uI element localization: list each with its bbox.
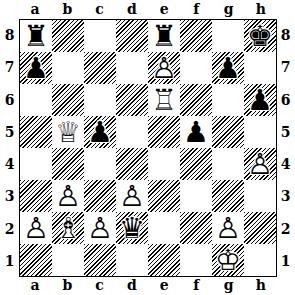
rank-label-4: 4 bbox=[276, 148, 295, 180]
rank-label-8: 8 bbox=[0, 19, 19, 51]
file-label-f: f bbox=[180, 0, 212, 19]
rank-label-5: 5 bbox=[276, 116, 295, 148]
square-a4[interactable] bbox=[20, 148, 52, 180]
rank-label-4: 4 bbox=[0, 148, 19, 180]
piece-outline: ♙ bbox=[84, 212, 116, 244]
square-d6[interactable] bbox=[116, 84, 148, 116]
file-label-a: a bbox=[19, 0, 51, 19]
piece-white-king[interactable]: ♚♔ bbox=[212, 244, 244, 276]
file-label-c: c bbox=[84, 0, 116, 19]
file-label-h: h bbox=[245, 0, 277, 19]
square-b6[interactable] bbox=[52, 84, 84, 116]
square-h5[interactable] bbox=[244, 116, 276, 148]
file-label-g: g bbox=[213, 276, 245, 295]
square-b3[interactable]: ♟♙ bbox=[52, 180, 84, 212]
square-c3[interactable] bbox=[84, 180, 116, 212]
file-label-f: f bbox=[180, 276, 212, 295]
file-label-c: c bbox=[84, 276, 116, 295]
rank-label-1: 1 bbox=[276, 245, 295, 277]
square-a2[interactable]: ♟♙ bbox=[20, 212, 52, 244]
square-f1[interactable] bbox=[180, 244, 212, 276]
piece-black-queen[interactable]: ♛ bbox=[116, 212, 148, 244]
square-b8[interactable] bbox=[52, 20, 84, 52]
square-f7[interactable] bbox=[180, 52, 212, 84]
piece-outline: ♙ bbox=[244, 148, 276, 180]
piece-white-pawn[interactable]: ♟♙ bbox=[52, 180, 84, 212]
rank-label-6: 6 bbox=[276, 84, 295, 116]
rank-label-3: 3 bbox=[276, 180, 295, 212]
square-a3[interactable] bbox=[20, 180, 52, 212]
square-h2[interactable] bbox=[244, 212, 276, 244]
square-g3[interactable] bbox=[212, 180, 244, 212]
file-label-d: d bbox=[116, 0, 148, 19]
piece-outline: ♙ bbox=[116, 180, 148, 212]
square-d1[interactable] bbox=[116, 244, 148, 276]
rank-label-8: 8 bbox=[276, 19, 295, 51]
square-e7[interactable]: ♟♙ bbox=[148, 52, 180, 84]
piece-outline: ♕ bbox=[52, 116, 84, 148]
square-h7[interactable] bbox=[244, 52, 276, 84]
square-b7[interactable] bbox=[52, 52, 84, 84]
square-d4[interactable] bbox=[116, 148, 148, 180]
square-b1[interactable] bbox=[52, 244, 84, 276]
file-label-b: b bbox=[51, 0, 83, 19]
square-e2[interactable] bbox=[148, 212, 180, 244]
square-b5[interactable]: ♛♕ bbox=[52, 116, 84, 148]
square-d8[interactable] bbox=[116, 20, 148, 52]
square-c5[interactable]: ♟ bbox=[84, 116, 116, 148]
piece-outline: ♙ bbox=[212, 212, 244, 244]
file-label-a: a bbox=[19, 276, 51, 295]
square-d5[interactable] bbox=[116, 116, 148, 148]
square-h3[interactable] bbox=[244, 180, 276, 212]
square-a7[interactable]: ♟ bbox=[20, 52, 52, 84]
file-label-g: g bbox=[213, 0, 245, 19]
square-g7[interactable]: ♟ bbox=[212, 52, 244, 84]
square-e1[interactable] bbox=[148, 244, 180, 276]
square-h8[interactable]: ♚ bbox=[244, 20, 276, 52]
square-e6[interactable]: ♜♖ bbox=[148, 84, 180, 116]
piece-black-pawn[interactable]: ♟ bbox=[212, 52, 244, 84]
rank-labels-left: 87654321 bbox=[0, 19, 19, 277]
file-label-h: h bbox=[245, 276, 277, 295]
chess-board[interactable]: ♜♜♚♟♟♙♟♜♖♟♛♕♟♟♟♙♟♙♟♙♟♙♝♗♟♙♛♟♙♚♔ bbox=[19, 19, 277, 277]
piece-white-rook[interactable]: ♜♖ bbox=[148, 84, 180, 116]
piece-black-pawn[interactable]: ♟ bbox=[20, 52, 52, 84]
square-e3[interactable] bbox=[148, 180, 180, 212]
square-g6[interactable] bbox=[212, 84, 244, 116]
square-b2[interactable]: ♝♗ bbox=[52, 212, 84, 244]
square-g1[interactable]: ♚♔ bbox=[212, 244, 244, 276]
square-c1[interactable] bbox=[84, 244, 116, 276]
piece-outline: ♙ bbox=[148, 52, 180, 84]
piece-black-pawn[interactable]: ♟ bbox=[180, 116, 212, 148]
square-e8[interactable]: ♜ bbox=[148, 20, 180, 52]
piece-white-pawn[interactable]: ♟♙ bbox=[20, 212, 52, 244]
piece-white-pawn[interactable]: ♟♙ bbox=[212, 212, 244, 244]
square-d7[interactable] bbox=[116, 52, 148, 84]
square-g8[interactable] bbox=[212, 20, 244, 52]
file-labels-bottom: abcdefgh bbox=[19, 276, 277, 295]
square-f3[interactable] bbox=[180, 180, 212, 212]
piece-white-bishop[interactable]: ♝♗ bbox=[52, 212, 84, 244]
square-f6[interactable] bbox=[180, 84, 212, 116]
piece-white-pawn[interactable]: ♟♙ bbox=[116, 180, 148, 212]
square-e5[interactable] bbox=[148, 116, 180, 148]
file-label-d: d bbox=[116, 276, 148, 295]
piece-black-king[interactable]: ♚ bbox=[244, 20, 276, 52]
square-b4[interactable] bbox=[52, 148, 84, 180]
square-c6[interactable] bbox=[84, 84, 116, 116]
piece-black-rook[interactable]: ♜ bbox=[148, 20, 180, 52]
piece-outline: ♙ bbox=[52, 180, 84, 212]
piece-outline: ♗ bbox=[52, 212, 84, 244]
square-f4[interactable] bbox=[180, 148, 212, 180]
square-f8[interactable] bbox=[180, 20, 212, 52]
piece-outline: ♙ bbox=[20, 212, 52, 244]
rank-label-2: 2 bbox=[0, 213, 19, 245]
square-f5[interactable]: ♟ bbox=[180, 116, 212, 148]
chess-diagram: abcdefgh 87654321 ♜♜♚♟♟♙♟♜♖♟♛♕♟♟♟♙♟♙♟♙♟♙… bbox=[0, 0, 295, 295]
square-c7[interactable] bbox=[84, 52, 116, 84]
square-g4[interactable] bbox=[212, 148, 244, 180]
square-a6[interactable] bbox=[20, 84, 52, 116]
square-g2[interactable]: ♟♙ bbox=[212, 212, 244, 244]
rank-label-1: 1 bbox=[0, 245, 19, 277]
piece-black-pawn[interactable]: ♟ bbox=[84, 116, 116, 148]
square-f2[interactable] bbox=[180, 212, 212, 244]
rank-labels-right: 87654321 bbox=[276, 19, 295, 277]
file-labels-top: abcdefgh bbox=[19, 0, 277, 19]
square-c4[interactable] bbox=[84, 148, 116, 180]
rank-label-7: 7 bbox=[276, 51, 295, 83]
square-a8[interactable]: ♜ bbox=[20, 20, 52, 52]
file-label-e: e bbox=[148, 0, 180, 19]
square-a5[interactable] bbox=[20, 116, 52, 148]
piece-black-pawn[interactable]: ♟ bbox=[244, 84, 276, 116]
square-h6[interactable]: ♟ bbox=[244, 84, 276, 116]
square-h1[interactable] bbox=[244, 244, 276, 276]
piece-white-pawn[interactable]: ♟♙ bbox=[148, 52, 180, 84]
piece-black-rook[interactable]: ♜ bbox=[20, 20, 52, 52]
piece-white-queen[interactable]: ♛♕ bbox=[52, 116, 84, 148]
square-e4[interactable] bbox=[148, 148, 180, 180]
piece-outline: ♖ bbox=[148, 84, 180, 116]
rank-label-6: 6 bbox=[0, 84, 19, 116]
rank-label-7: 7 bbox=[0, 51, 19, 83]
square-g5[interactable] bbox=[212, 116, 244, 148]
piece-white-pawn[interactable]: ♟♙ bbox=[244, 148, 276, 180]
piece-outline: ♔ bbox=[212, 244, 244, 276]
square-c2[interactable]: ♟♙ bbox=[84, 212, 116, 244]
square-h4[interactable]: ♟♙ bbox=[244, 148, 276, 180]
square-a1[interactable] bbox=[20, 244, 52, 276]
piece-white-pawn[interactable]: ♟♙ bbox=[84, 212, 116, 244]
square-d2[interactable]: ♛ bbox=[116, 212, 148, 244]
square-d3[interactable]: ♟♙ bbox=[116, 180, 148, 212]
rank-label-3: 3 bbox=[0, 180, 19, 212]
rank-label-2: 2 bbox=[276, 213, 295, 245]
rank-label-5: 5 bbox=[0, 116, 19, 148]
file-label-e: e bbox=[148, 276, 180, 295]
file-label-b: b bbox=[51, 276, 83, 295]
square-c8[interactable] bbox=[84, 20, 116, 52]
